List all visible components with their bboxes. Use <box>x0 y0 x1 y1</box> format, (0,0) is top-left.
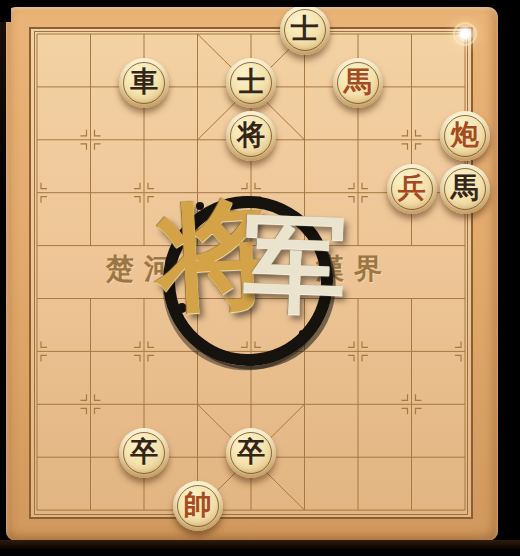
red-horse-piece[interactable]: 馬 <box>333 58 383 108</box>
river-label-left: 楚河 <box>98 250 190 288</box>
letterbox-right <box>498 0 520 556</box>
piece-glyph: 兵 <box>398 163 426 213</box>
red-general-piece[interactable]: 帥 <box>173 481 223 531</box>
black-advisor-piece[interactable]: 士 <box>280 5 330 55</box>
piece-glyph: 車 <box>130 57 158 107</box>
piece-glyph: 帥 <box>184 480 212 530</box>
letterbox-left <box>0 0 6 556</box>
black-soldier-piece[interactable]: 卒 <box>119 428 169 478</box>
river-label-right: 漢界 <box>308 250 400 288</box>
piece-glyph: 炮 <box>451 110 479 160</box>
last-move-origin-glow-icon <box>460 29 470 39</box>
red-soldier-piece[interactable]: 兵 <box>387 164 437 214</box>
letterbox-top <box>0 0 520 7</box>
black-horse-piece[interactable]: 馬 <box>440 164 490 214</box>
piece-glyph: 卒 <box>130 427 158 477</box>
red-cannon-piece[interactable]: 炮 <box>440 111 490 161</box>
black-soldier-piece[interactable]: 卒 <box>226 428 276 478</box>
black-advisor-piece[interactable]: 士 <box>226 58 276 108</box>
xiangqi-game-screen: 士車士馬将炮兵馬卒卒帥 楚河 漢界 将 军 <box>0 0 520 556</box>
piece-glyph: 馬 <box>344 57 372 107</box>
black-chariot-piece[interactable]: 車 <box>119 58 169 108</box>
letterbox-bottom <box>0 540 520 556</box>
piece-glyph: 士 <box>291 4 319 54</box>
piece-glyph: 馬 <box>451 163 479 213</box>
black-general-piece[interactable]: 将 <box>226 111 276 161</box>
piece-glyph: 将 <box>237 110 265 160</box>
letterbox-corner <box>0 0 11 22</box>
piece-glyph: 卒 <box>237 427 265 477</box>
piece-glyph: 士 <box>237 57 265 107</box>
